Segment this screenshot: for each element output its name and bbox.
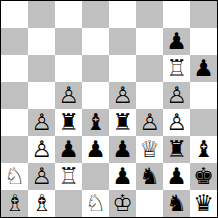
square-e6[interactable] [109,55,136,82]
square-d8[interactable] [82,1,109,28]
square-d3[interactable]: ♟ [82,136,109,163]
black-rook-c4: ♜ [58,109,79,136]
black-knight-f2: ♞ [139,163,160,190]
square-f8[interactable] [136,1,163,28]
square-e2[interactable]: ♟ [109,163,136,190]
square-d4[interactable]: ♝ [82,109,109,136]
white-king-e1: ♔ [112,190,133,217]
white-knight-d1: ♘ [85,190,106,217]
white-pawn-e5: ♙ [112,82,133,109]
chess-diagram: ♟♖♟♙♙♙♙♜♝♜♙♙♙♟♟♟♕♜♝♘♙♖♟♞♟♚♗♗♘♔♞♛ [0,0,218,218]
square-d2[interactable] [82,163,109,190]
square-d1[interactable]: ♘ [82,190,109,217]
white-queen-f3: ♕ [139,136,160,163]
square-b4[interactable]: ♙ [28,109,55,136]
black-pawn-e2: ♟ [112,163,133,190]
black-queen-h1: ♛ [193,190,214,217]
square-d7[interactable] [82,28,109,55]
square-b1[interactable]: ♗ [28,190,55,217]
square-a6[interactable] [1,55,28,82]
square-h4[interactable] [190,109,217,136]
square-d5[interactable] [82,82,109,109]
square-a4[interactable] [1,109,28,136]
white-knight-a2: ♘ [4,163,25,190]
square-e4[interactable]: ♜ [109,109,136,136]
white-bishop-a1: ♗ [4,190,25,217]
white-bishop-b1: ♗ [31,190,52,217]
square-h3[interactable]: ♝ [190,136,217,163]
square-h2[interactable]: ♚ [190,163,217,190]
square-h6[interactable]: ♟ [190,55,217,82]
square-g8[interactable] [163,1,190,28]
square-e1[interactable]: ♔ [109,190,136,217]
square-b5[interactable] [28,82,55,109]
white-pawn-g4: ♙ [166,109,187,136]
square-e3[interactable]: ♟ [109,136,136,163]
black-pawn-g7: ♟ [166,28,187,55]
square-e8[interactable] [109,1,136,28]
square-a5[interactable] [1,82,28,109]
square-b3[interactable]: ♙ [28,136,55,163]
square-a7[interactable] [1,28,28,55]
white-rook-c2: ♖ [58,163,79,190]
square-g4[interactable]: ♙ [163,109,190,136]
square-f2[interactable]: ♞ [136,163,163,190]
white-rook-g6: ♖ [166,55,187,82]
square-c4[interactable]: ♜ [55,109,82,136]
square-f4[interactable]: ♙ [136,109,163,136]
square-c8[interactable] [55,1,82,28]
black-bishop-d4: ♝ [85,109,106,136]
square-e7[interactable] [109,28,136,55]
black-rook-g3: ♜ [166,136,187,163]
white-pawn-b3: ♙ [31,136,52,163]
white-pawn-g5: ♙ [166,82,187,109]
square-h8[interactable] [190,1,217,28]
square-b6[interactable] [28,55,55,82]
square-c2[interactable]: ♖ [55,163,82,190]
square-a3[interactable] [1,136,28,163]
square-g7[interactable]: ♟ [163,28,190,55]
square-c5[interactable]: ♙ [55,82,82,109]
square-g1[interactable]: ♞ [163,190,190,217]
square-b7[interactable] [28,28,55,55]
square-f3[interactable]: ♕ [136,136,163,163]
black-pawn-e3: ♟ [112,136,133,163]
square-g2[interactable]: ♟ [163,163,190,190]
square-f5[interactable] [136,82,163,109]
square-g3[interactable]: ♜ [163,136,190,163]
square-c3[interactable]: ♟ [55,136,82,163]
square-a1[interactable]: ♗ [1,190,28,217]
black-pawn-h6: ♟ [193,55,214,82]
square-b2[interactable]: ♙ [28,163,55,190]
square-a8[interactable] [1,1,28,28]
white-pawn-b4: ♙ [31,109,52,136]
square-h5[interactable] [190,82,217,109]
square-c1[interactable] [55,190,82,217]
black-rook-e4: ♜ [112,109,133,136]
square-g6[interactable]: ♖ [163,55,190,82]
square-g5[interactable]: ♙ [163,82,190,109]
square-f6[interactable] [136,55,163,82]
black-pawn-d3: ♟ [85,136,106,163]
white-pawn-c5: ♙ [58,82,79,109]
square-f7[interactable] [136,28,163,55]
square-b8[interactable] [28,1,55,28]
square-h7[interactable] [190,28,217,55]
square-a2[interactable]: ♘ [1,163,28,190]
black-king-h2: ♚ [193,163,214,190]
square-c7[interactable] [55,28,82,55]
square-h1[interactable]: ♛ [190,190,217,217]
chess-board: ♟♖♟♙♙♙♙♜♝♜♙♙♙♟♟♟♕♜♝♘♙♖♟♞♟♚♗♗♘♔♞♛ [0,0,218,218]
white-pawn-b2: ♙ [31,163,52,190]
square-c6[interactable] [55,55,82,82]
black-pawn-c3: ♟ [58,136,79,163]
square-e5[interactable]: ♙ [109,82,136,109]
black-pawn-g2: ♟ [166,163,187,190]
black-bishop-h3: ♝ [193,136,214,163]
black-knight-g1: ♞ [166,190,187,217]
square-d6[interactable] [82,55,109,82]
square-f1[interactable] [136,190,163,217]
white-pawn-f4: ♙ [139,109,160,136]
